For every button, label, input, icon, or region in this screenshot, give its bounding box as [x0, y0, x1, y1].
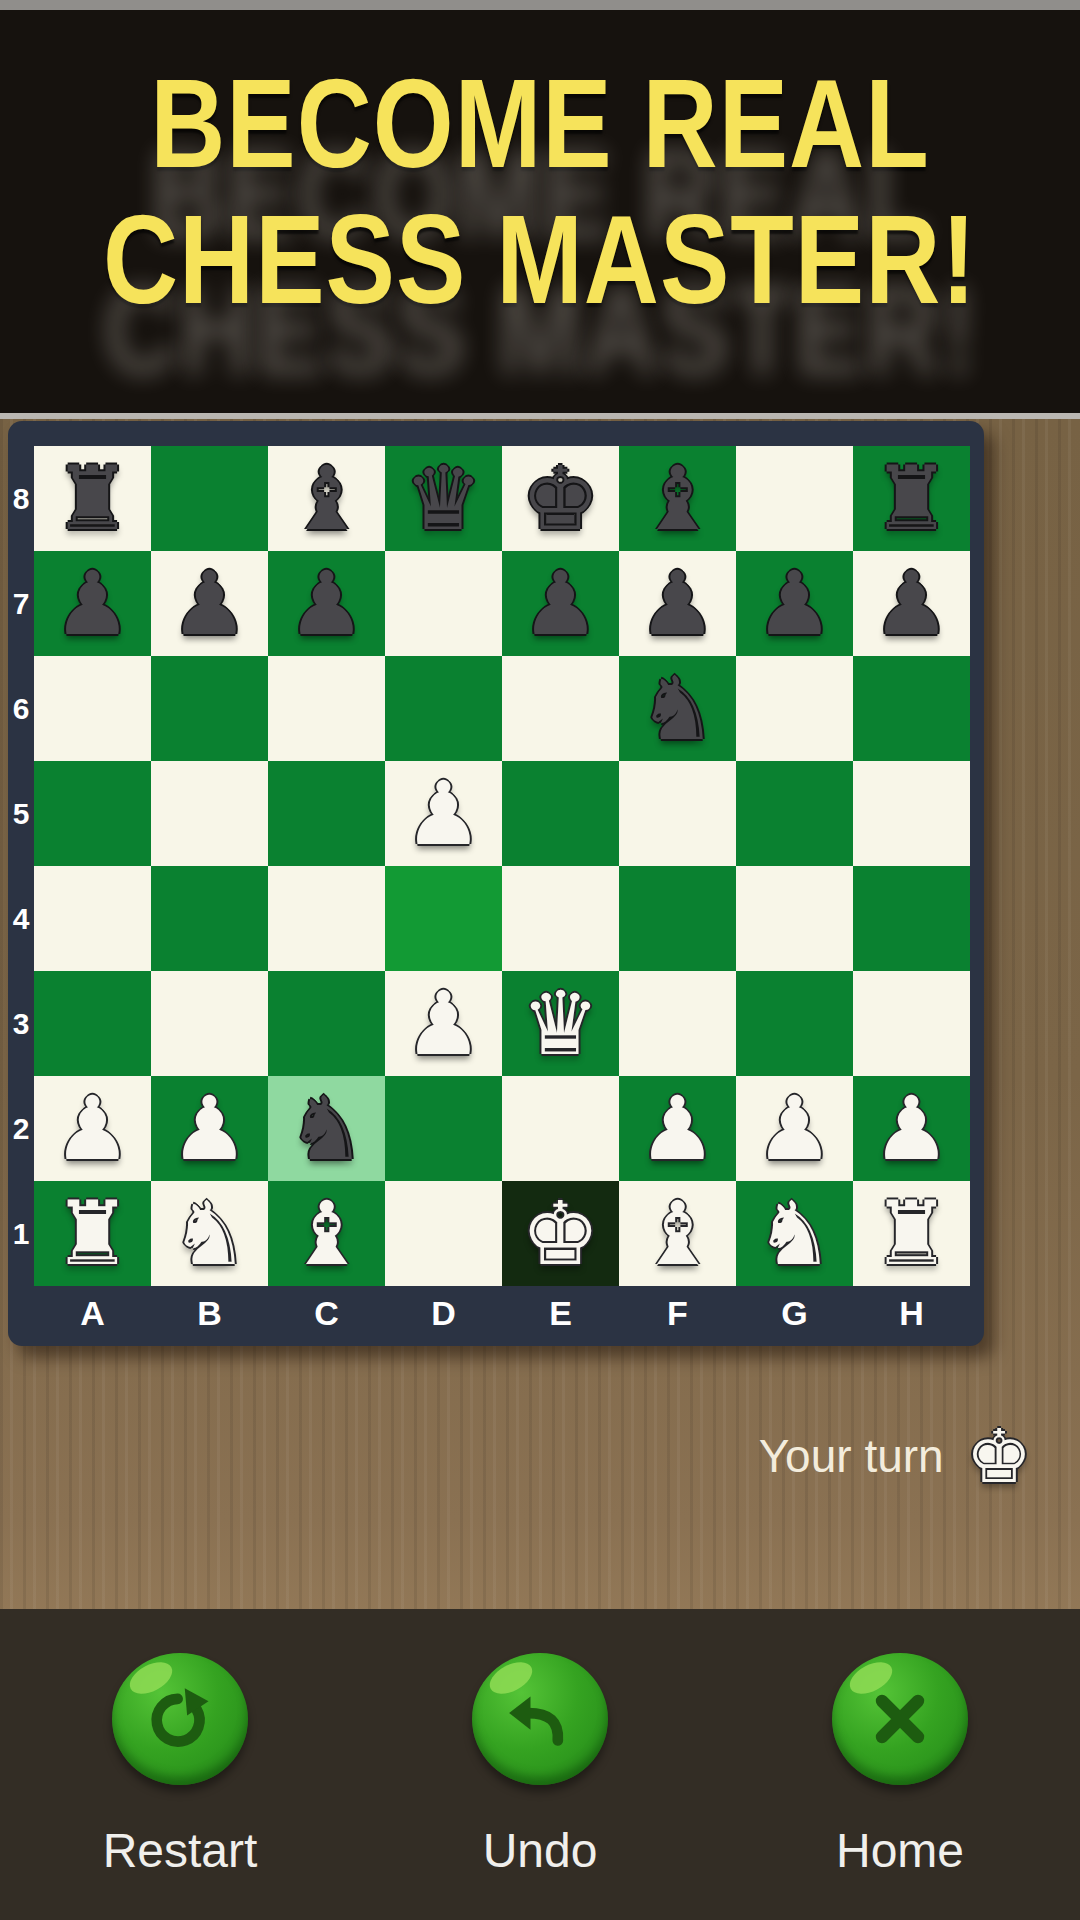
- piece-black-king: ♚: [521, 455, 600, 543]
- square-f3[interactable]: [619, 971, 736, 1076]
- banner-top-strip: [0, 0, 1080, 10]
- square-d2[interactable]: [385, 1076, 502, 1181]
- square-c1[interactable]: ♝: [268, 1181, 385, 1286]
- square-d4[interactable]: [385, 866, 502, 971]
- square-f4[interactable]: [619, 866, 736, 971]
- file-label-g: G: [736, 1286, 853, 1346]
- piece-black-knight: ♞: [287, 1085, 366, 1173]
- file-label-e: E: [502, 1286, 619, 1346]
- square-e6[interactable]: [502, 656, 619, 761]
- square-e3[interactable]: ♛: [502, 971, 619, 1076]
- piece-white-bishop: ♝: [638, 1190, 717, 1278]
- rank-label-1: 1: [8, 1181, 34, 1286]
- piece-white-pawn: ♟: [755, 1085, 834, 1173]
- square-g2[interactable]: ♟: [736, 1076, 853, 1181]
- square-d1[interactable]: [385, 1181, 502, 1286]
- square-h4[interactable]: [853, 866, 970, 971]
- undo-button[interactable]: [472, 1653, 608, 1785]
- square-g3[interactable]: [736, 971, 853, 1076]
- square-b3[interactable]: [151, 971, 268, 1076]
- board-squares: ♜♝♛♚♝♜♟♟♟♟♟♟♟♞♟♟♛♟♟♞♟♟♟♜♞♝♚♝♞♜: [34, 446, 970, 1286]
- white-king-icon: ♚: [966, 1419, 1032, 1493]
- toolbar: Restart Undo Home: [0, 1609, 1080, 1920]
- file-label-f: F: [619, 1286, 736, 1346]
- square-h8[interactable]: ♜: [853, 446, 970, 551]
- square-a5[interactable]: [34, 761, 151, 866]
- square-b4[interactable]: [151, 866, 268, 971]
- piece-black-queen: ♛: [404, 455, 483, 543]
- turn-status: Your turn ♚: [0, 1419, 1080, 1493]
- piece-black-bishop: ♝: [638, 455, 717, 543]
- piece-black-rook: ♜: [53, 455, 132, 543]
- square-g6[interactable]: [736, 656, 853, 761]
- piece-black-bishop: ♝: [287, 455, 366, 543]
- restart-icon: [142, 1681, 218, 1757]
- play-area: 87654321 ♜♝♛♚♝♜♟♟♟♟♟♟♟♞♟♟♛♟♟♞♟♟♟♜♞♝♚♝♞♜ …: [0, 419, 1080, 1615]
- square-g1[interactable]: ♞: [736, 1181, 853, 1286]
- piece-white-king: ♚: [521, 1190, 600, 1278]
- piece-white-pawn: ♟: [404, 770, 483, 858]
- square-h3[interactable]: [853, 971, 970, 1076]
- piece-black-pawn: ♟: [872, 560, 951, 648]
- piece-white-pawn: ♟: [53, 1085, 132, 1173]
- piece-white-pawn: ♟: [872, 1085, 951, 1173]
- square-a7[interactable]: ♟: [34, 551, 151, 656]
- restart-button[interactable]: [112, 1653, 248, 1785]
- file-label-d: D: [385, 1286, 502, 1346]
- square-b2[interactable]: ♟: [151, 1076, 268, 1181]
- piece-white-queen: ♛: [521, 980, 600, 1068]
- piece-white-rook: ♜: [872, 1190, 951, 1278]
- banner-title-line1: BECOME REAL: [0, 50, 1080, 196]
- square-c7[interactable]: ♟: [268, 551, 385, 656]
- restart-control: Restart: [30, 1653, 330, 1878]
- square-d7[interactable]: [385, 551, 502, 656]
- square-c3[interactable]: [268, 971, 385, 1076]
- square-e4[interactable]: [502, 866, 619, 971]
- home-button-label: Home: [836, 1823, 964, 1878]
- square-a6[interactable]: [34, 656, 151, 761]
- square-a8[interactable]: ♜: [34, 446, 151, 551]
- square-a4[interactable]: [34, 866, 151, 971]
- square-h5[interactable]: [853, 761, 970, 866]
- piece-white-bishop: ♝: [287, 1190, 366, 1278]
- square-d6[interactable]: [385, 656, 502, 761]
- square-b8[interactable]: [151, 446, 268, 551]
- banner-title-line2: CHESS MASTER!: [0, 186, 1080, 332]
- restart-button-label: Restart: [103, 1823, 258, 1878]
- square-a3[interactable]: [34, 971, 151, 1076]
- square-a2[interactable]: ♟: [34, 1076, 151, 1181]
- rank-label-5: 5: [8, 761, 34, 866]
- square-e2[interactable]: [502, 1076, 619, 1181]
- piece-white-pawn: ♟: [170, 1085, 249, 1173]
- piece-white-pawn: ♟: [404, 980, 483, 1068]
- square-d3[interactable]: ♟: [385, 971, 502, 1076]
- rank-label-6: 6: [8, 656, 34, 761]
- rank-label-8: 8: [8, 446, 34, 551]
- piece-black-pawn: ♟: [521, 560, 600, 648]
- square-f5[interactable]: [619, 761, 736, 866]
- square-f6[interactable]: ♞: [619, 656, 736, 761]
- square-a1[interactable]: ♜: [34, 1181, 151, 1286]
- rank-labels: 87654321: [8, 446, 34, 1286]
- file-label-b: B: [151, 1286, 268, 1346]
- turn-status-label: Your turn: [759, 1429, 944, 1483]
- square-h7[interactable]: ♟: [853, 551, 970, 656]
- piece-white-pawn: ♟: [638, 1085, 717, 1173]
- square-f7[interactable]: ♟: [619, 551, 736, 656]
- square-c5[interactable]: [268, 761, 385, 866]
- square-c6[interactable]: [268, 656, 385, 761]
- piece-white-knight: ♞: [755, 1190, 834, 1278]
- square-e7[interactable]: ♟: [502, 551, 619, 656]
- undo-icon: [502, 1681, 578, 1757]
- piece-black-pawn: ♟: [53, 560, 132, 648]
- close-icon: [864, 1683, 936, 1755]
- undo-control: Undo: [390, 1653, 690, 1878]
- piece-black-knight: ♞: [638, 665, 717, 753]
- undo-button-label: Undo: [483, 1823, 598, 1878]
- square-b6[interactable]: [151, 656, 268, 761]
- square-e8[interactable]: ♚: [502, 446, 619, 551]
- piece-black-pawn: ♟: [170, 560, 249, 648]
- piece-black-rook: ♜: [872, 455, 951, 543]
- file-label-h: H: [853, 1286, 970, 1346]
- piece-black-pawn: ♟: [638, 560, 717, 648]
- rank-label-3: 3: [8, 971, 34, 1076]
- square-b1[interactable]: ♞: [151, 1181, 268, 1286]
- piece-black-pawn: ♟: [755, 560, 834, 648]
- rank-label-2: 2: [8, 1076, 34, 1181]
- square-c2[interactable]: ♞: [268, 1076, 385, 1181]
- square-d8[interactable]: ♛: [385, 446, 502, 551]
- square-g4[interactable]: [736, 866, 853, 971]
- square-g5[interactable]: [736, 761, 853, 866]
- square-f2[interactable]: ♟: [619, 1076, 736, 1181]
- square-h6[interactable]: [853, 656, 970, 761]
- piece-white-knight: ♞: [170, 1190, 249, 1278]
- piece-white-rook: ♜: [53, 1190, 132, 1278]
- rank-label-7: 7: [8, 551, 34, 656]
- square-d5[interactable]: ♟: [385, 761, 502, 866]
- square-e1[interactable]: ♚: [502, 1181, 619, 1286]
- square-b5[interactable]: [151, 761, 268, 866]
- square-c4[interactable]: [268, 866, 385, 971]
- square-e5[interactable]: [502, 761, 619, 866]
- square-b7[interactable]: ♟: [151, 551, 268, 656]
- home-control: Home: [750, 1653, 1050, 1878]
- square-f1[interactable]: ♝: [619, 1181, 736, 1286]
- home-button[interactable]: [832, 1653, 968, 1785]
- file-labels: ABCDEFGH: [34, 1286, 970, 1346]
- square-g8[interactable]: [736, 446, 853, 551]
- file-label-a: A: [34, 1286, 151, 1346]
- banner-titles: BECOME REAL CHESS MASTER!: [0, 10, 1080, 314]
- file-label-c: C: [268, 1286, 385, 1346]
- square-c8[interactable]: ♝: [268, 446, 385, 551]
- chess-board: 87654321 ♜♝♛♚♝♜♟♟♟♟♟♟♟♞♟♟♛♟♟♞♟♟♟♜♞♝♚♝♞♜ …: [8, 421, 984, 1346]
- square-h2[interactable]: ♟: [853, 1076, 970, 1181]
- piece-black-pawn: ♟: [287, 560, 366, 648]
- square-f8[interactable]: ♝: [619, 446, 736, 551]
- square-g7[interactable]: ♟: [736, 551, 853, 656]
- promo-banner: BECOME REAL CHESS MASTER!: [0, 0, 1080, 413]
- square-h1[interactable]: ♜: [853, 1181, 970, 1286]
- rank-label-4: 4: [8, 866, 34, 971]
